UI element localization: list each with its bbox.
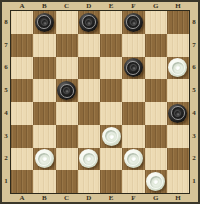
square-h8[interactable] [167, 11, 189, 34]
file-label-c: C [56, 194, 78, 202]
black-man-c5[interactable] [57, 81, 76, 100]
file-label-b: B [33, 2, 55, 10]
square-b2[interactable] [33, 148, 55, 171]
square-d7[interactable] [78, 34, 100, 57]
square-b1[interactable] [33, 170, 55, 193]
square-h1[interactable] [167, 170, 189, 193]
file-label-d: D [78, 2, 100, 10]
square-a4[interactable] [11, 102, 33, 125]
square-b5[interactable] [33, 79, 55, 102]
square-a6[interactable] [11, 57, 33, 80]
black-man-f6[interactable] [124, 58, 143, 77]
piece-core [130, 19, 137, 26]
square-g3[interactable] [145, 125, 167, 148]
square-d8[interactable] [78, 11, 100, 34]
square-e5[interactable] [100, 79, 122, 102]
square-e6[interactable] [100, 57, 122, 80]
rank-label-1: 1 [2, 170, 10, 193]
square-a8[interactable] [11, 11, 33, 34]
file-label-g: G [145, 2, 167, 10]
rank-label-8: 8 [2, 11, 10, 34]
square-b6[interactable] [33, 57, 55, 80]
square-g1[interactable] [145, 170, 167, 193]
rank-labels-right: 87654321 [190, 10, 198, 194]
label-strip-corner [190, 2, 198, 10]
square-g6[interactable] [145, 57, 167, 80]
square-e2[interactable] [100, 148, 122, 171]
label-strip-corner [2, 194, 10, 202]
square-b7[interactable] [33, 34, 55, 57]
square-c1[interactable] [56, 170, 78, 193]
black-man-h4[interactable] [168, 104, 187, 123]
rank-label-5: 5 [190, 79, 198, 102]
file-label-f: F [122, 2, 144, 10]
rank-label-6: 6 [190, 57, 198, 80]
file-label-e: E [100, 194, 122, 202]
file-label-c: C [56, 2, 78, 10]
rank-label-7: 7 [190, 34, 198, 57]
square-c4[interactable] [56, 102, 78, 125]
file-labels-top: ABCDEFGH [10, 2, 190, 10]
square-g2[interactable] [145, 148, 167, 171]
checkers-app-frame: ABCDEFGH 87654321 87654321 ABCDEFGH [0, 0, 200, 204]
white-man-g1[interactable] [146, 172, 165, 191]
square-d5[interactable] [78, 79, 100, 102]
square-h5[interactable] [167, 79, 189, 102]
rank-label-2: 2 [2, 148, 10, 171]
white-man-d2[interactable] [79, 149, 98, 168]
file-label-e: E [100, 2, 122, 10]
label-strip-corner [2, 2, 10, 10]
square-d3[interactable] [78, 125, 100, 148]
white-man-e3[interactable] [102, 127, 121, 146]
rank-label-1: 1 [190, 170, 198, 193]
square-a3[interactable] [11, 125, 33, 148]
square-c5[interactable] [56, 79, 78, 102]
file-label-b: B [33, 194, 55, 202]
square-c2[interactable] [56, 148, 78, 171]
square-g5[interactable] [145, 79, 167, 102]
rank-label-7: 7 [2, 34, 10, 57]
rank-label-5: 5 [2, 79, 10, 102]
square-f6[interactable] [122, 57, 144, 80]
rank-label-3: 3 [2, 125, 10, 148]
square-b8[interactable] [33, 11, 55, 34]
checkers-board [10, 10, 190, 194]
square-c8[interactable] [56, 11, 78, 34]
square-a5[interactable] [11, 79, 33, 102]
square-a2[interactable] [11, 148, 33, 171]
black-man-b8[interactable] [35, 13, 54, 32]
square-g8[interactable] [145, 11, 167, 34]
square-c7[interactable] [56, 34, 78, 57]
square-f5[interactable] [122, 79, 144, 102]
file-label-a: A [11, 2, 33, 10]
board-label-strip: ABCDEFGH 87654321 87654321 ABCDEFGH [2, 2, 198, 202]
rank-label-6: 6 [2, 57, 10, 80]
square-e4[interactable] [100, 102, 122, 125]
square-g7[interactable] [145, 34, 167, 57]
square-h2[interactable] [167, 148, 189, 171]
file-label-f: F [122, 194, 144, 202]
black-man-d8[interactable] [79, 13, 98, 32]
square-e3[interactable] [100, 125, 122, 148]
square-f8[interactable] [122, 11, 144, 34]
white-man-f2[interactable] [124, 149, 143, 168]
square-h3[interactable] [167, 125, 189, 148]
square-e1[interactable] [100, 170, 122, 193]
square-f7[interactable] [122, 34, 144, 57]
square-f3[interactable] [122, 125, 144, 148]
square-d6[interactable] [78, 57, 100, 80]
square-c6[interactable] [56, 57, 78, 80]
square-d4[interactable] [78, 102, 100, 125]
square-f4[interactable] [122, 102, 144, 125]
square-h4[interactable] [167, 102, 189, 125]
piece-core [108, 133, 115, 140]
file-label-d: D [78, 194, 100, 202]
rank-label-3: 3 [190, 125, 198, 148]
square-e7[interactable] [100, 34, 122, 57]
black-man-f8[interactable] [124, 13, 143, 32]
white-man-h6[interactable] [168, 58, 187, 77]
square-c3[interactable] [56, 125, 78, 148]
square-d2[interactable] [78, 148, 100, 171]
square-b3[interactable] [33, 125, 55, 148]
label-strip-corner [190, 194, 198, 202]
square-f1[interactable] [122, 170, 144, 193]
square-d1[interactable] [78, 170, 100, 193]
piece-core [41, 19, 48, 26]
white-man-b2[interactable] [35, 149, 54, 168]
file-label-a: A [11, 194, 33, 202]
square-a7[interactable] [11, 34, 33, 57]
rank-labels-left: 87654321 [2, 10, 10, 194]
rank-label-8: 8 [190, 11, 198, 34]
rank-label-4: 4 [190, 102, 198, 125]
square-b4[interactable] [33, 102, 55, 125]
rank-label-2: 2 [190, 148, 198, 171]
file-labels-bottom: ABCDEFGH [10, 194, 190, 202]
square-f2[interactable] [122, 148, 144, 171]
square-h6[interactable] [167, 57, 189, 80]
square-h7[interactable] [167, 34, 189, 57]
file-label-g: G [145, 194, 167, 202]
file-label-h: H [167, 194, 189, 202]
square-a1[interactable] [11, 170, 33, 193]
square-e8[interactable] [100, 11, 122, 34]
rank-label-4: 4 [2, 102, 10, 125]
square-g4[interactable] [145, 102, 167, 125]
file-label-h: H [167, 2, 189, 10]
